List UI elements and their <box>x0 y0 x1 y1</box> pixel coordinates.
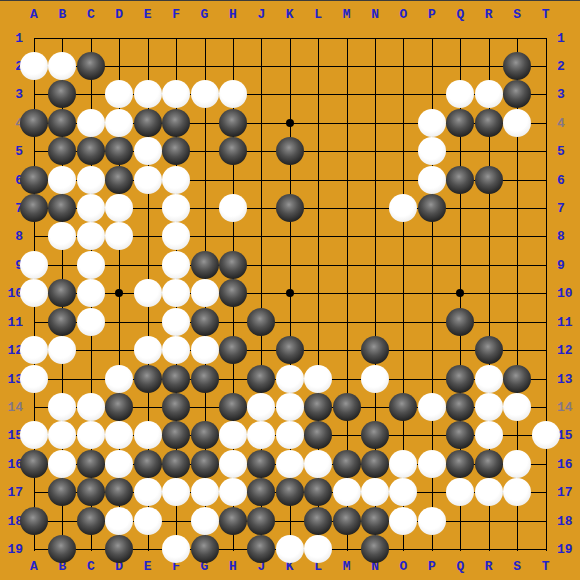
column-label-top-M: M <box>343 7 351 20</box>
black-stone-Q14 <box>446 393 474 421</box>
column-label-top-B: B <box>59 7 67 20</box>
white-stone-D18 <box>105 507 133 535</box>
go-board[interactable]: AABBCCDDEEFFGGHHJJKKLLMMNNOOPPQQRRSSTT11… <box>0 0 580 580</box>
star-point-K4 <box>286 119 294 127</box>
white-stone-O7 <box>389 194 417 222</box>
white-stone-S4 <box>503 109 531 137</box>
black-stone-C2 <box>77 52 105 80</box>
grid-vertical-line <box>546 38 547 551</box>
white-stone-G3 <box>191 80 219 108</box>
column-label-top-T: T <box>542 7 550 20</box>
black-stone-F4 <box>162 109 190 137</box>
black-stone-Q13 <box>446 365 474 393</box>
black-stone-B5 <box>48 137 76 165</box>
black-stone-D17 <box>105 478 133 506</box>
column-label-bottom-C: C <box>87 559 95 572</box>
column-label-top-K: K <box>286 7 294 20</box>
row-label-left-14: 14 <box>7 400 23 413</box>
white-stone-L16 <box>304 450 332 478</box>
black-stone-C16 <box>77 450 105 478</box>
black-stone-L17 <box>304 478 332 506</box>
row-label-right-13: 13 <box>557 372 573 385</box>
black-stone-F15 <box>162 421 190 449</box>
column-label-top-D: D <box>115 7 123 20</box>
white-stone-G12 <box>191 336 219 364</box>
black-stone-E4 <box>134 109 162 137</box>
white-stone-A13 <box>20 365 48 393</box>
black-stone-N15 <box>361 421 389 449</box>
black-stone-G15 <box>191 421 219 449</box>
black-stone-H5 <box>219 137 247 165</box>
black-stone-K7 <box>276 194 304 222</box>
white-stone-D15 <box>105 421 133 449</box>
row-label-right-4: 4 <box>557 116 565 129</box>
white-stone-B16 <box>48 450 76 478</box>
black-stone-F16 <box>162 450 190 478</box>
row-label-right-17: 17 <box>557 486 573 499</box>
black-stone-D19 <box>105 535 133 563</box>
column-label-top-A: A <box>30 7 38 20</box>
black-stone-F14 <box>162 393 190 421</box>
black-stone-R6 <box>475 166 503 194</box>
column-label-top-C: C <box>87 7 95 20</box>
column-label-top-L: L <box>314 7 322 20</box>
white-stone-L13 <box>304 365 332 393</box>
white-stone-R17 <box>475 478 503 506</box>
white-stone-E18 <box>134 507 162 535</box>
column-label-top-H: H <box>229 7 237 20</box>
black-stone-R16 <box>475 450 503 478</box>
white-stone-R15 <box>475 421 503 449</box>
black-stone-J13 <box>247 365 275 393</box>
white-stone-A9 <box>20 251 48 279</box>
black-stone-J18 <box>247 507 275 535</box>
black-stone-D14 <box>105 393 133 421</box>
row-label-left-17: 17 <box>7 486 23 499</box>
white-stone-F8 <box>162 222 190 250</box>
column-label-top-E: E <box>144 7 152 20</box>
column-label-bottom-R: R <box>485 559 493 572</box>
black-stone-B10 <box>48 279 76 307</box>
white-stone-A15 <box>20 421 48 449</box>
column-label-bottom-T: T <box>542 559 550 572</box>
black-stone-A16 <box>20 450 48 478</box>
column-label-bottom-H: H <box>229 559 237 572</box>
white-stone-E10 <box>134 279 162 307</box>
white-stone-G17 <box>191 478 219 506</box>
white-stone-H7 <box>219 194 247 222</box>
white-stone-O16 <box>389 450 417 478</box>
black-stone-A7 <box>20 194 48 222</box>
column-label-top-J: J <box>257 7 265 20</box>
black-stone-Q11 <box>446 308 474 336</box>
white-stone-A10 <box>20 279 48 307</box>
row-label-right-5: 5 <box>557 145 565 158</box>
white-stone-C4 <box>77 109 105 137</box>
row-label-right-7: 7 <box>557 202 565 215</box>
white-stone-F6 <box>162 166 190 194</box>
column-label-top-Q: Q <box>456 7 464 20</box>
black-stone-B17 <box>48 478 76 506</box>
white-stone-D7 <box>105 194 133 222</box>
column-label-bottom-Q: Q <box>456 559 464 572</box>
white-stone-F12 <box>162 336 190 364</box>
column-label-top-F: F <box>172 7 180 20</box>
white-stone-F17 <box>162 478 190 506</box>
column-label-bottom-A: A <box>30 559 38 572</box>
row-label-left-11: 11 <box>7 315 23 328</box>
black-stone-R4 <box>475 109 503 137</box>
white-stone-G10 <box>191 279 219 307</box>
row-label-right-2: 2 <box>557 59 565 72</box>
black-stone-G11 <box>191 308 219 336</box>
white-stone-E5 <box>134 137 162 165</box>
white-stone-F9 <box>162 251 190 279</box>
white-stone-Q17 <box>446 478 474 506</box>
white-stone-E6 <box>134 166 162 194</box>
white-stone-S16 <box>503 450 531 478</box>
black-stone-G19 <box>191 535 219 563</box>
white-stone-S14 <box>503 393 531 421</box>
black-stone-J16 <box>247 450 275 478</box>
black-stone-C5 <box>77 137 105 165</box>
black-stone-J17 <box>247 478 275 506</box>
white-stone-E17 <box>134 478 162 506</box>
row-label-left-1: 1 <box>15 31 23 44</box>
white-stone-E15 <box>134 421 162 449</box>
star-point-K10 <box>286 289 294 297</box>
column-label-bottom-E: E <box>144 559 152 572</box>
black-stone-B4 <box>48 109 76 137</box>
white-stone-L19 <box>304 535 332 563</box>
row-label-left-8: 8 <box>15 230 23 243</box>
row-label-right-8: 8 <box>557 230 565 243</box>
black-stone-M14 <box>333 393 361 421</box>
row-label-right-3: 3 <box>557 88 565 101</box>
black-stone-K12 <box>276 336 304 364</box>
black-stone-P7 <box>418 194 446 222</box>
white-stone-B14 <box>48 393 76 421</box>
black-stone-H4 <box>219 109 247 137</box>
row-label-right-12: 12 <box>557 344 573 357</box>
black-stone-B3 <box>48 80 76 108</box>
column-label-top-O: O <box>400 7 408 20</box>
white-stone-K13 <box>276 365 304 393</box>
white-stone-P6 <box>418 166 446 194</box>
black-stone-A6 <box>20 166 48 194</box>
black-stone-H12 <box>219 336 247 364</box>
black-stone-H10 <box>219 279 247 307</box>
column-label-bottom-M: M <box>343 559 351 572</box>
black-stone-B11 <box>48 308 76 336</box>
black-stone-E16 <box>134 450 162 478</box>
window-top-border <box>0 0 580 1</box>
column-label-top-R: R <box>485 7 493 20</box>
row-label-right-11: 11 <box>557 315 573 328</box>
white-stone-F7 <box>162 194 190 222</box>
white-stone-D4 <box>105 109 133 137</box>
row-label-right-9: 9 <box>557 258 565 271</box>
black-stone-S13 <box>503 365 531 393</box>
black-stone-N19 <box>361 535 389 563</box>
white-stone-H16 <box>219 450 247 478</box>
white-stone-H15 <box>219 421 247 449</box>
row-label-right-6: 6 <box>557 173 565 186</box>
black-stone-C18 <box>77 507 105 535</box>
white-stone-T15 <box>532 421 560 449</box>
black-stone-K5 <box>276 137 304 165</box>
white-stone-C11 <box>77 308 105 336</box>
column-label-top-S: S <box>513 7 521 20</box>
white-stone-F11 <box>162 308 190 336</box>
star-point-D10 <box>115 289 123 297</box>
black-stone-A18 <box>20 507 48 535</box>
column-label-bottom-P: P <box>428 559 436 572</box>
white-stone-F10 <box>162 279 190 307</box>
black-stone-G13 <box>191 365 219 393</box>
black-stone-N12 <box>361 336 389 364</box>
white-stone-N17 <box>361 478 389 506</box>
row-label-right-1: 1 <box>557 31 565 44</box>
black-stone-O14 <box>389 393 417 421</box>
white-stone-C9 <box>77 251 105 279</box>
black-stone-F13 <box>162 365 190 393</box>
black-stone-D5 <box>105 137 133 165</box>
black-stone-G9 <box>191 251 219 279</box>
white-stone-P5 <box>418 137 446 165</box>
black-stone-N18 <box>361 507 389 535</box>
white-stone-R3 <box>475 80 503 108</box>
white-stone-S17 <box>503 478 531 506</box>
white-stone-E12 <box>134 336 162 364</box>
white-stone-B6 <box>48 166 76 194</box>
white-stone-F19 <box>162 535 190 563</box>
white-stone-N13 <box>361 365 389 393</box>
black-stone-Q6 <box>446 166 474 194</box>
black-stone-E13 <box>134 365 162 393</box>
white-stone-C6 <box>77 166 105 194</box>
black-stone-Q16 <box>446 450 474 478</box>
star-point-Q10 <box>456 289 464 297</box>
black-stone-F5 <box>162 137 190 165</box>
row-label-right-16: 16 <box>557 457 573 470</box>
white-stone-O18 <box>389 507 417 535</box>
black-stone-S2 <box>503 52 531 80</box>
white-stone-B8 <box>48 222 76 250</box>
white-stone-A12 <box>20 336 48 364</box>
white-stone-F3 <box>162 80 190 108</box>
white-stone-B12 <box>48 336 76 364</box>
white-stone-C10 <box>77 279 105 307</box>
white-stone-K19 <box>276 535 304 563</box>
white-stone-E3 <box>134 80 162 108</box>
row-label-left-5: 5 <box>15 145 23 158</box>
black-stone-G16 <box>191 450 219 478</box>
white-stone-P16 <box>418 450 446 478</box>
white-stone-P14 <box>418 393 446 421</box>
black-stone-L14 <box>304 393 332 421</box>
white-stone-C14 <box>77 393 105 421</box>
white-stone-D13 <box>105 365 133 393</box>
white-stone-H17 <box>219 478 247 506</box>
white-stone-D8 <box>105 222 133 250</box>
white-stone-K16 <box>276 450 304 478</box>
white-stone-K15 <box>276 421 304 449</box>
column-label-bottom-O: O <box>400 559 408 572</box>
row-label-right-14: 14 <box>557 400 573 413</box>
black-stone-N16 <box>361 450 389 478</box>
white-stone-M17 <box>333 478 361 506</box>
white-stone-B15 <box>48 421 76 449</box>
white-stone-C7 <box>77 194 105 222</box>
white-stone-C8 <box>77 222 105 250</box>
white-stone-D3 <box>105 80 133 108</box>
black-stone-M16 <box>333 450 361 478</box>
white-stone-C15 <box>77 421 105 449</box>
white-stone-D16 <box>105 450 133 478</box>
black-stone-H14 <box>219 393 247 421</box>
black-stone-J19 <box>247 535 275 563</box>
white-stone-A2 <box>20 52 48 80</box>
white-stone-B2 <box>48 52 76 80</box>
black-stone-D6 <box>105 166 133 194</box>
white-stone-J14 <box>247 393 275 421</box>
black-stone-L18 <box>304 507 332 535</box>
black-stone-C17 <box>77 478 105 506</box>
row-label-right-10: 10 <box>557 287 573 300</box>
white-stone-P18 <box>418 507 446 535</box>
column-label-top-N: N <box>371 7 379 20</box>
column-label-top-G: G <box>201 7 209 20</box>
black-stone-M18 <box>333 507 361 535</box>
row-label-right-19: 19 <box>557 543 573 556</box>
white-stone-R14 <box>475 393 503 421</box>
black-stone-Q15 <box>446 421 474 449</box>
white-stone-G18 <box>191 507 219 535</box>
white-stone-Q3 <box>446 80 474 108</box>
black-stone-H18 <box>219 507 247 535</box>
row-label-left-3: 3 <box>15 88 23 101</box>
black-stone-L15 <box>304 421 332 449</box>
black-stone-S3 <box>503 80 531 108</box>
white-stone-J15 <box>247 421 275 449</box>
white-stone-H3 <box>219 80 247 108</box>
black-stone-B7 <box>48 194 76 222</box>
column-label-bottom-S: S <box>513 559 521 572</box>
black-stone-A4 <box>20 109 48 137</box>
row-label-left-19: 19 <box>7 543 23 556</box>
black-stone-B19 <box>48 535 76 563</box>
black-stone-J11 <box>247 308 275 336</box>
black-stone-Q4 <box>446 109 474 137</box>
column-label-top-P: P <box>428 7 436 20</box>
black-stone-H9 <box>219 251 247 279</box>
black-stone-K17 <box>276 478 304 506</box>
row-label-right-18: 18 <box>557 514 573 527</box>
black-stone-R12 <box>475 336 503 364</box>
white-stone-O17 <box>389 478 417 506</box>
white-stone-R13 <box>475 365 503 393</box>
white-stone-K14 <box>276 393 304 421</box>
white-stone-P4 <box>418 109 446 137</box>
